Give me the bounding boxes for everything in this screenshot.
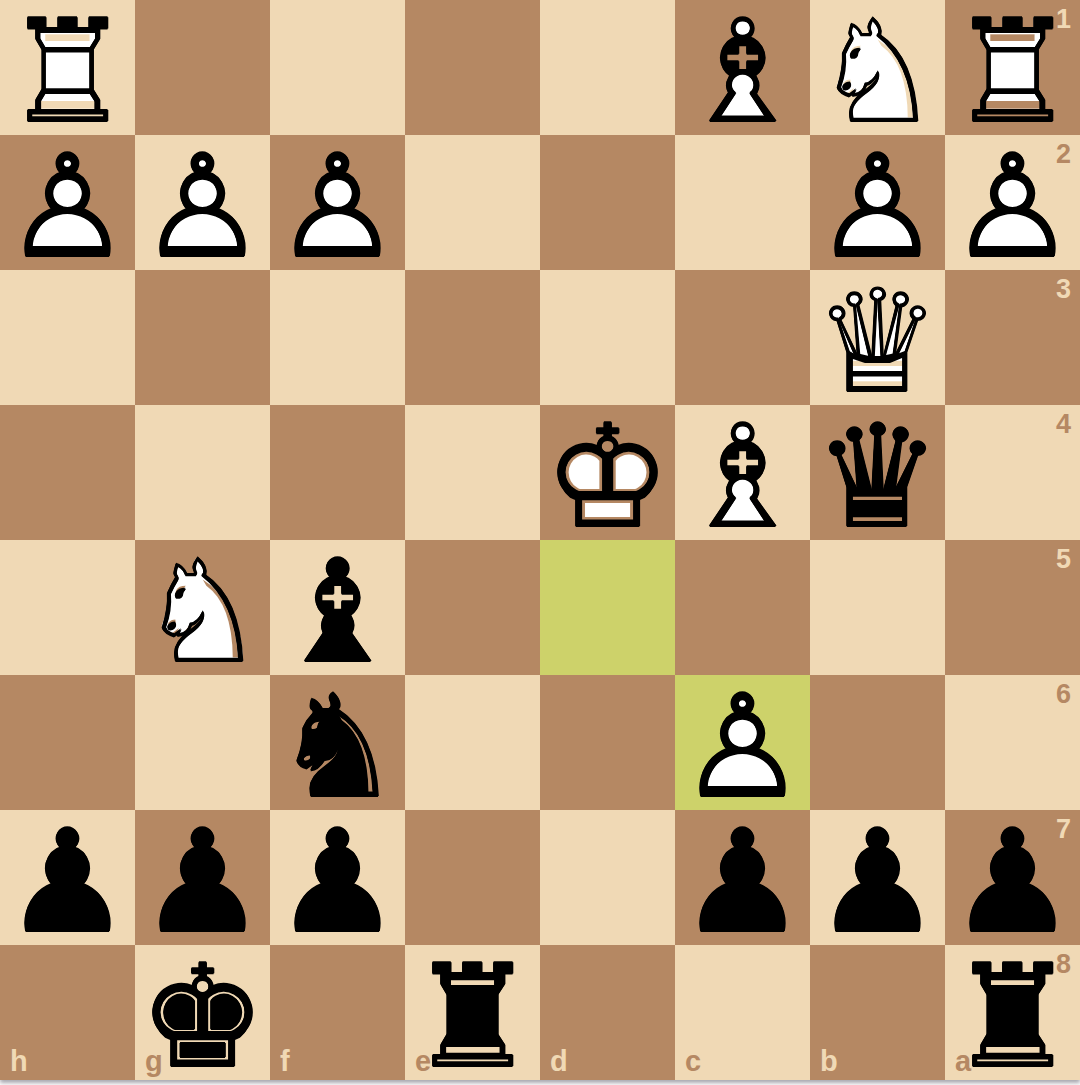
white-queen-icon[interactable]: ♛♕ bbox=[810, 270, 945, 405]
square-g1[interactable] bbox=[135, 0, 270, 135]
square-e8[interactable]: ♜e bbox=[405, 945, 540, 1080]
square-e1[interactable] bbox=[405, 0, 540, 135]
square-c8[interactable]: c bbox=[675, 945, 810, 1080]
black-pawn-icon[interactable]: ♟ bbox=[270, 810, 405, 945]
square-g3[interactable] bbox=[135, 270, 270, 405]
square-d6[interactable] bbox=[540, 675, 675, 810]
square-c7[interactable]: ♟ bbox=[675, 810, 810, 945]
square-f4[interactable] bbox=[270, 405, 405, 540]
square-h3[interactable] bbox=[0, 270, 135, 405]
square-d4[interactable]: ♚♔ bbox=[540, 405, 675, 540]
piece-outline: ♙ bbox=[135, 139, 270, 274]
square-g5[interactable]: ♞♘ bbox=[135, 540, 270, 675]
file-label-c: c bbox=[685, 1045, 701, 1078]
rank-label-3: 3 bbox=[1056, 274, 1071, 305]
white-pawn-icon[interactable]: ♟♙ bbox=[675, 675, 810, 810]
square-g7[interactable]: ♟ bbox=[135, 810, 270, 945]
square-a4[interactable]: 4 bbox=[945, 405, 1080, 540]
piece-fill: ♟ bbox=[0, 139, 135, 274]
square-c1[interactable]: ♝♗ bbox=[675, 0, 810, 135]
square-a5[interactable]: 5 bbox=[945, 540, 1080, 675]
black-bishop-icon[interactable]: ♝ bbox=[270, 540, 405, 675]
square-b4[interactable]: ♛ bbox=[810, 405, 945, 540]
piece-outline: ♙ bbox=[270, 139, 405, 274]
square-b3[interactable]: ♛♕ bbox=[810, 270, 945, 405]
piece-fill: ♜ bbox=[0, 4, 135, 139]
piece-outline: ♙ bbox=[810, 139, 945, 274]
square-h8[interactable]: h bbox=[0, 945, 135, 1080]
square-c6[interactable]: ♟♙ bbox=[675, 675, 810, 810]
black-pawn-icon[interactable]: ♟ bbox=[810, 810, 945, 945]
black-pawn-icon[interactable]: ♟ bbox=[675, 810, 810, 945]
square-e2[interactable] bbox=[405, 135, 540, 270]
square-e5[interactable] bbox=[405, 540, 540, 675]
piece-fill: ♝ bbox=[270, 544, 405, 679]
file-label-h: h bbox=[10, 1045, 28, 1078]
square-f6[interactable]: ♞ bbox=[270, 675, 405, 810]
white-rook-icon[interactable]: ♜♖ bbox=[0, 0, 135, 135]
black-queen-icon[interactable]: ♛ bbox=[810, 405, 945, 540]
white-pawn-icon[interactable]: ♟♙ bbox=[810, 135, 945, 270]
piece-fill: ♟ bbox=[675, 814, 810, 949]
piece-fill: ♟ bbox=[270, 814, 405, 949]
square-e6[interactable] bbox=[405, 675, 540, 810]
rank-label-8: 8 bbox=[1056, 949, 1071, 980]
square-d2[interactable] bbox=[540, 135, 675, 270]
piece-fill: ♞ bbox=[270, 679, 405, 814]
square-a3[interactable]: 3 bbox=[945, 270, 1080, 405]
piece-outline: ♗ bbox=[675, 4, 810, 139]
file-label-d: d bbox=[550, 1045, 568, 1078]
rank-label-7: 7 bbox=[1056, 814, 1071, 845]
square-c2[interactable] bbox=[675, 135, 810, 270]
piece-fill: ♞ bbox=[810, 4, 945, 139]
square-c4[interactable]: ♝♗ bbox=[675, 405, 810, 540]
file-label-g: g bbox=[145, 1045, 163, 1078]
square-d7[interactable] bbox=[540, 810, 675, 945]
piece-fill: ♟ bbox=[0, 814, 135, 949]
white-king-icon[interactable]: ♚♔ bbox=[540, 405, 675, 540]
white-knight-icon[interactable]: ♞♘ bbox=[810, 0, 945, 135]
piece-fill: ♚ bbox=[540, 409, 675, 544]
rank-label-5: 5 bbox=[1056, 544, 1071, 575]
square-d5[interactable] bbox=[540, 540, 675, 675]
file-label-f: f bbox=[280, 1045, 290, 1078]
square-a6[interactable]: 6 bbox=[945, 675, 1080, 810]
square-g4[interactable] bbox=[135, 405, 270, 540]
square-b5[interactable] bbox=[810, 540, 945, 675]
piece-outline: ♘ bbox=[135, 544, 270, 679]
white-bishop-icon[interactable]: ♝♗ bbox=[675, 0, 810, 135]
white-pawn-icon[interactable]: ♟♙ bbox=[0, 135, 135, 270]
square-e3[interactable] bbox=[405, 270, 540, 405]
black-pawn-icon[interactable]: ♟ bbox=[135, 810, 270, 945]
square-e7[interactable] bbox=[405, 810, 540, 945]
piece-outline: ♙ bbox=[675, 679, 810, 814]
rank-label-4: 4 bbox=[1056, 409, 1071, 440]
square-g2[interactable]: ♟♙ bbox=[135, 135, 270, 270]
black-knight-icon[interactable]: ♞ bbox=[270, 675, 405, 810]
piece-outline: ♖ bbox=[0, 4, 135, 139]
square-a7[interactable]: ♟7 bbox=[945, 810, 1080, 945]
piece-outline: ♕ bbox=[810, 274, 945, 409]
piece-fill: ♝ bbox=[675, 409, 810, 544]
square-b7[interactable]: ♟ bbox=[810, 810, 945, 945]
square-a1[interactable]: ♜♖1 bbox=[945, 0, 1080, 135]
square-c3[interactable] bbox=[675, 270, 810, 405]
square-h4[interactable] bbox=[0, 405, 135, 540]
square-d1[interactable] bbox=[540, 0, 675, 135]
white-pawn-icon[interactable]: ♟♙ bbox=[135, 135, 270, 270]
piece-fill: ♟ bbox=[810, 814, 945, 949]
white-bishop-icon[interactable]: ♝♗ bbox=[675, 405, 810, 540]
square-h6[interactable] bbox=[0, 675, 135, 810]
file-label-e: e bbox=[415, 1045, 431, 1078]
piece-fill: ♟ bbox=[135, 139, 270, 274]
square-d3[interactable] bbox=[540, 270, 675, 405]
square-f3[interactable] bbox=[270, 270, 405, 405]
piece-outline: ♗ bbox=[675, 409, 810, 544]
piece-fill: ♟ bbox=[270, 139, 405, 274]
white-pawn-icon[interactable]: ♟♙ bbox=[270, 135, 405, 270]
square-g8[interactable]: ♚g bbox=[135, 945, 270, 1080]
square-f2[interactable]: ♟♙ bbox=[270, 135, 405, 270]
piece-fill: ♞ bbox=[135, 544, 270, 679]
piece-fill: ♟ bbox=[675, 679, 810, 814]
piece-fill: ♝ bbox=[675, 4, 810, 139]
square-f5[interactable]: ♝ bbox=[270, 540, 405, 675]
square-b2[interactable]: ♟♙ bbox=[810, 135, 945, 270]
white-knight-icon[interactable]: ♞♘ bbox=[135, 540, 270, 675]
square-b1[interactable]: ♞♘ bbox=[810, 0, 945, 135]
piece-fill: ♟ bbox=[810, 139, 945, 274]
piece-outline: ♙ bbox=[0, 139, 135, 274]
rank-label-6: 6 bbox=[1056, 679, 1071, 710]
square-f7[interactable]: ♟ bbox=[270, 810, 405, 945]
square-f1[interactable] bbox=[270, 0, 405, 135]
square-b6[interactable] bbox=[810, 675, 945, 810]
piece-fill: ♛ bbox=[810, 409, 945, 544]
rank-label-1: 1 bbox=[1056, 4, 1071, 35]
piece-outline: ♘ bbox=[810, 4, 945, 139]
piece-fill: ♟ bbox=[135, 814, 270, 949]
square-g6[interactable] bbox=[135, 675, 270, 810]
chess-board[interactable]: ♜♖♝♗♞♘♜♖1♟♙♟♙♟♙♟♙♟♙2♛♕3♚♔♝♗♛4♞♘♝5♞♟♙6♟♟♟… bbox=[0, 0, 1080, 1080]
square-h2[interactable]: ♟♙ bbox=[0, 135, 135, 270]
piece-fill: ♛ bbox=[810, 274, 945, 409]
square-d8[interactable]: d bbox=[540, 945, 675, 1080]
square-f8[interactable]: f bbox=[270, 945, 405, 1080]
square-h7[interactable]: ♟ bbox=[0, 810, 135, 945]
piece-outline: ♔ bbox=[540, 409, 675, 544]
square-c5[interactable] bbox=[675, 540, 810, 675]
square-h5[interactable] bbox=[0, 540, 135, 675]
black-pawn-icon[interactable]: ♟ bbox=[0, 810, 135, 945]
square-a8[interactable]: ♜a8 bbox=[945, 945, 1080, 1080]
square-h1[interactable]: ♜♖ bbox=[0, 0, 135, 135]
file-label-b: b bbox=[820, 1045, 838, 1078]
file-label-a: a bbox=[955, 1045, 971, 1078]
square-b8[interactable]: b bbox=[810, 945, 945, 1080]
square-e4[interactable] bbox=[405, 405, 540, 540]
square-a2[interactable]: ♟♙2 bbox=[945, 135, 1080, 270]
rank-label-2: 2 bbox=[1056, 139, 1071, 170]
